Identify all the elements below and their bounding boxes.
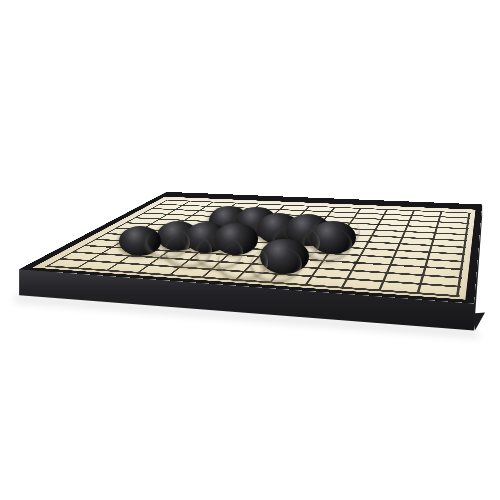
stones-layer — [0, 0, 500, 500]
product-photo-go-board — [0, 0, 500, 500]
white-stone — [304, 227, 351, 261]
white-stone — [252, 246, 302, 282]
